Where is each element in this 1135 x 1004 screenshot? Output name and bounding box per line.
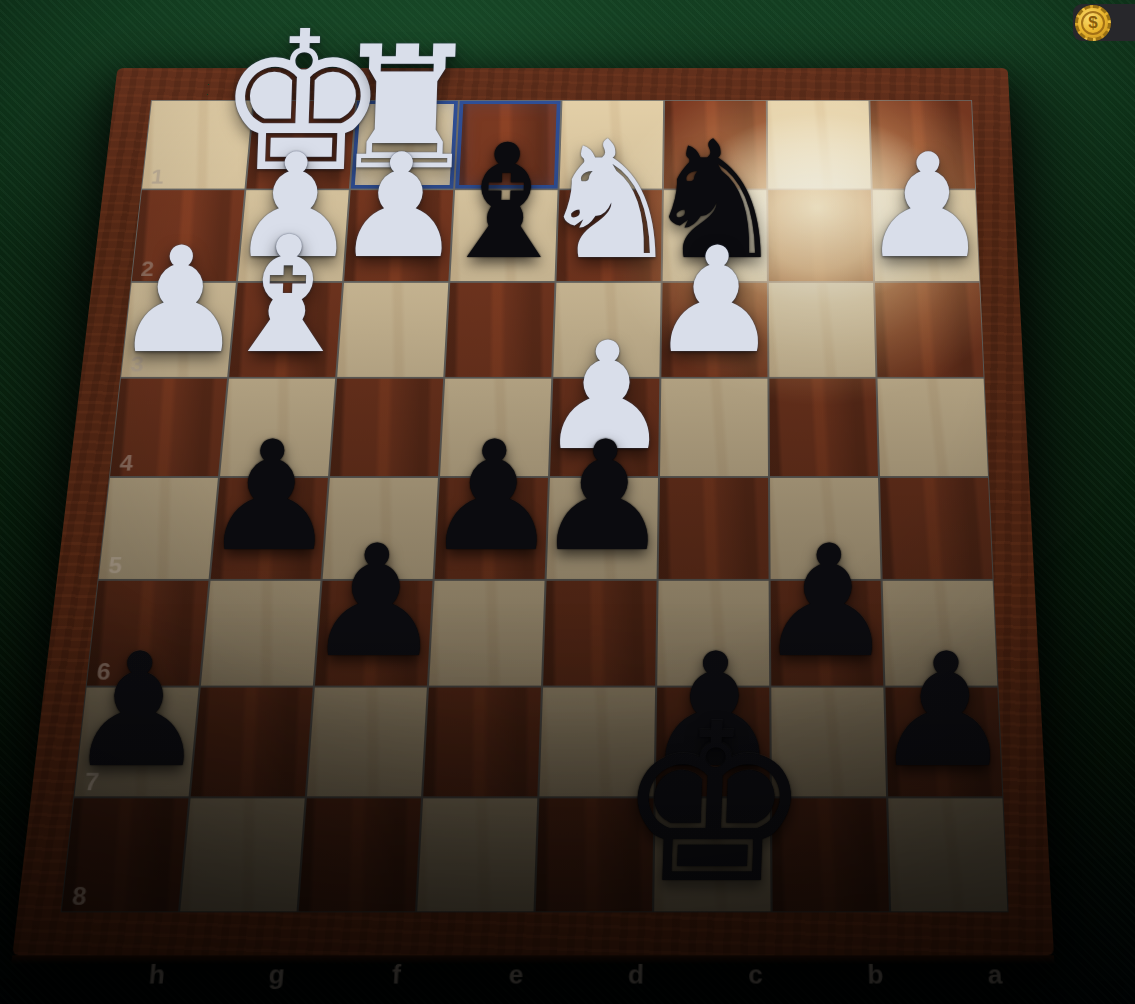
- file-label-a: a: [978, 960, 1012, 990]
- square-e3[interactable]: [445, 283, 554, 377]
- square-g7[interactable]: [191, 688, 313, 797]
- square-c5[interactable]: [659, 478, 769, 579]
- square-b3[interactable]: [769, 283, 876, 377]
- square-e6[interactable]: [429, 581, 544, 686]
- square-d6[interactable]: [543, 581, 656, 686]
- square-g8[interactable]: [180, 798, 305, 911]
- square-h8[interactable]: [62, 798, 189, 911]
- coin-dollar-symbol: $: [1081, 11, 1105, 35]
- app-background: { "game": "chess", "hud": { "coin_symbol…: [0, 0, 1135, 1004]
- file-label-h: h: [139, 960, 175, 990]
- square-e8[interactable]: [417, 798, 537, 911]
- square-f7[interactable]: [307, 688, 427, 797]
- square-a3[interactable]: [875, 283, 983, 377]
- coins-button[interactable]: $: [1073, 4, 1135, 41]
- square-f8[interactable]: [299, 798, 421, 911]
- square-e7[interactable]: [423, 688, 541, 797]
- black-pawn-a7[interactable]: ♟: [871, 631, 1017, 788]
- file-label-g: g: [259, 960, 294, 990]
- black-pawn-f6[interactable]: ♟: [304, 525, 447, 679]
- square-a4[interactable]: [877, 379, 987, 476]
- black-king-c8[interactable]: ♚: [612, 696, 815, 915]
- file-label-c: c: [739, 960, 772, 990]
- coin-icon: $: [1075, 5, 1111, 41]
- black-bishop-e2[interactable]: ♝: [432, 124, 579, 282]
- square-c4[interactable]: [660, 379, 768, 476]
- square-g6[interactable]: [201, 581, 321, 686]
- square-b4[interactable]: [769, 379, 878, 476]
- square-a8[interactable]: [888, 798, 1007, 911]
- file-label-f: f: [379, 960, 413, 990]
- black-pawn-h7[interactable]: ♟: [65, 631, 211, 788]
- white-pawn-h3[interactable]: ♟: [112, 227, 248, 373]
- board-scene: 12345678hgfedcba ♚♜♞♟♟♟♝♞♝♟♟♟♟♟♟♟♟♟♟♟♚: [0, 0, 1135, 1004]
- white-pawn-a2[interactable]: ♟: [860, 135, 993, 279]
- file-label-d: d: [619, 960, 652, 990]
- file-label-b: b: [859, 960, 892, 990]
- file-label-e: e: [499, 960, 533, 990]
